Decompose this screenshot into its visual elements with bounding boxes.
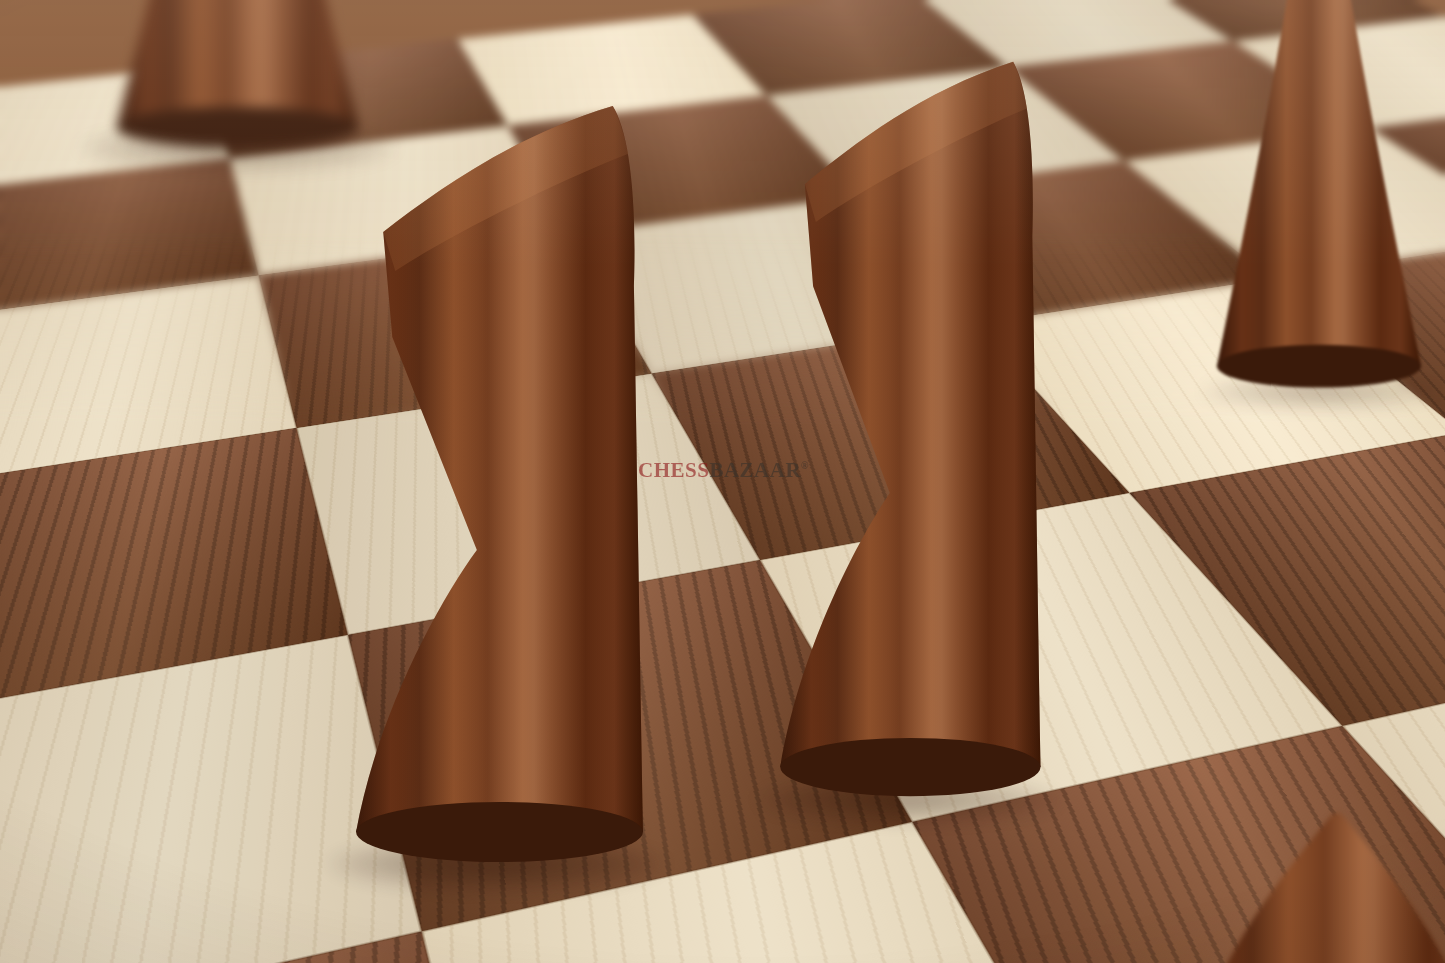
black-knight-e4[interactable]: .body{fill:url(#grad-dark);}.base{fill:#…	[772, 56, 1046, 802]
pieces-layer: .body{fill:url(#grad-light);}.base{fill:…	[0, 0, 1445, 963]
black-pawn-g5[interactable]: .body{fill:url(#grad-dark);}.base{fill:#…	[1203, 0, 1435, 390]
white-pawn-c7[interactable]: .body{fill:url(#grad-light);}.base{fill:…	[100, 0, 375, 150]
chessboard-photo-scene: .body{fill:url(#grad-light);}.base{fill:…	[0, 0, 1445, 963]
black-knight-d4[interactable]: .body{fill:url(#grad-dark);}.base{fill:#…	[347, 100, 649, 868]
black-pawn-e2[interactable]: .body{fill:url(#grad-dark);}.base{fill:#…	[1181, 806, 1445, 963]
